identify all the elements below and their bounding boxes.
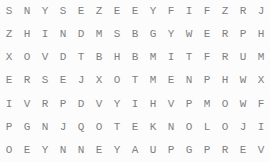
grid-cell[interactable]: H — [108, 46, 126, 69]
grid-cell[interactable]: D — [54, 46, 72, 69]
grid-cell[interactable]: Y — [162, 23, 180, 46]
grid-cell[interactable]: R — [216, 46, 234, 69]
grid-cell[interactable]: E — [54, 69, 72, 92]
grid-cell[interactable]: P — [198, 69, 216, 92]
grid-cell[interactable]: E — [126, 116, 144, 139]
grid-cell[interactable]: Y — [36, 0, 54, 23]
grid-cell[interactable]: N — [180, 69, 198, 92]
grid-cell[interactable]: H — [252, 23, 270, 46]
grid-cell[interactable]: D — [72, 23, 90, 46]
grid-cell[interactable]: O — [108, 69, 126, 92]
grid-cell[interactable]: H — [216, 69, 234, 92]
grid-cell[interactable]: D — [72, 93, 90, 116]
grid-cell[interactable]: E — [108, 0, 126, 23]
grid-cell[interactable]: Q — [72, 116, 90, 139]
grid-cell[interactable]: P — [0, 116, 18, 139]
grid-cell[interactable]: K — [144, 116, 162, 139]
grid-cell[interactable]: V — [36, 46, 54, 69]
grid-cell[interactable]: N — [72, 139, 90, 162]
grid-cell[interactable]: M — [144, 46, 162, 69]
grid-cell[interactable]: Y — [144, 0, 162, 23]
grid-cell[interactable]: G — [180, 139, 198, 162]
grid-cell[interactable]: I — [126, 93, 144, 116]
grid-cell[interactable]: P — [234, 23, 252, 46]
word-search-board: SNYSEZEEYFIFZRJZHINDMSBGYWERPHXOVDTBHBMI… — [0, 0, 270, 162]
grid-cell[interactable]: R — [18, 69, 36, 92]
grid-cell[interactable]: I — [0, 93, 18, 116]
grid-cell[interactable]: N — [36, 116, 54, 139]
grid-cell[interactable]: E — [90, 139, 108, 162]
grid-cell[interactable]: J — [252, 0, 270, 23]
grid-cell[interactable]: J — [72, 69, 90, 92]
grid-cell[interactable]: W — [234, 93, 252, 116]
grid-cell[interactable]: N — [18, 0, 36, 23]
grid-cell[interactable]: T — [108, 116, 126, 139]
grid-cell[interactable]: B — [90, 46, 108, 69]
grid-cell[interactable]: P — [180, 93, 198, 116]
grid-cell[interactable]: R — [234, 0, 252, 23]
grid-cell[interactable]: O — [216, 116, 234, 139]
grid-cell[interactable]: W — [234, 69, 252, 92]
grid-cell[interactable]: U — [234, 46, 252, 69]
grid-cell[interactable]: O — [180, 116, 198, 139]
grid-cell[interactable]: Y — [36, 139, 54, 162]
grid-cell[interactable]: W — [180, 23, 198, 46]
grid-cell[interactable]: V — [162, 93, 180, 116]
grid-cell[interactable]: M — [252, 46, 270, 69]
grid-cell[interactable]: T — [126, 69, 144, 92]
grid-cell[interactable]: M — [90, 23, 108, 46]
grid-cell[interactable]: E — [0, 69, 18, 92]
grid-cell[interactable]: Y — [108, 93, 126, 116]
grid-cell[interactable]: L — [198, 116, 216, 139]
grid-cell[interactable]: I — [36, 23, 54, 46]
grid-cell[interactable]: E — [198, 23, 216, 46]
grid-cell[interactable]: X — [0, 46, 18, 69]
grid-cell[interactable]: E — [72, 0, 90, 23]
grid-cell[interactable]: G — [18, 116, 36, 139]
grid-cell[interactable]: E — [234, 139, 252, 162]
grid-cell[interactable]: O — [0, 139, 18, 162]
grid-cell[interactable]: F — [162, 0, 180, 23]
grid-cell[interactable]: M — [198, 93, 216, 116]
grid-cell[interactable]: I — [162, 46, 180, 69]
grid-cell[interactable]: E — [162, 69, 180, 92]
grid-cell[interactable]: N — [54, 23, 72, 46]
grid-cell[interactable]: V — [90, 93, 108, 116]
grid-cell[interactable]: F — [198, 0, 216, 23]
grid-cell[interactable]: H — [144, 93, 162, 116]
grid-cell[interactable]: Z — [0, 23, 18, 46]
grid-cell[interactable]: H — [18, 23, 36, 46]
grid-cell[interactable]: T — [72, 46, 90, 69]
grid-cell[interactable]: S — [54, 0, 72, 23]
grid-cell[interactable]: X — [252, 69, 270, 92]
grid-cell[interactable]: N — [162, 116, 180, 139]
grid-cell[interactable]: P — [198, 139, 216, 162]
grid-cell[interactable]: M — [144, 69, 162, 92]
grid-cell[interactable]: V — [252, 139, 270, 162]
grid-cell[interactable]: J — [234, 116, 252, 139]
grid-cell[interactable]: R — [36, 93, 54, 116]
grid-cell[interactable]: Z — [90, 0, 108, 23]
grid-cell[interactable]: O — [90, 116, 108, 139]
grid-cell[interactable]: O — [216, 93, 234, 116]
grid-cell[interactable]: S — [0, 0, 18, 23]
grid-cell[interactable]: E — [126, 0, 144, 23]
grid-cell[interactable]: B — [126, 46, 144, 69]
grid-cell[interactable]: Z — [216, 0, 234, 23]
grid-cell[interactable]: T — [180, 46, 198, 69]
grid-cell[interactable]: S — [108, 23, 126, 46]
grid-cell[interactable]: X — [90, 69, 108, 92]
grid-cell[interactable]: R — [216, 139, 234, 162]
grid-cell[interactable]: I — [180, 0, 198, 23]
grid-cell[interactable]: B — [126, 23, 144, 46]
grid-cell[interactable]: S — [36, 69, 54, 92]
grid-cell[interactable]: E — [18, 139, 36, 162]
grid-cell[interactable]: N — [54, 139, 72, 162]
grid-cell[interactable]: V — [18, 93, 36, 116]
grid-cell[interactable]: P — [54, 93, 72, 116]
grid-cell[interactable]: O — [18, 46, 36, 69]
grid-cell[interactable]: I — [252, 116, 270, 139]
grid-cell[interactable]: Y — [108, 139, 126, 162]
grid-cell[interactable]: F — [198, 46, 216, 69]
grid-cell[interactable]: R — [216, 23, 234, 46]
grid-cell[interactable]: F — [252, 93, 270, 116]
grid-cell[interactable]: G — [144, 23, 162, 46]
grid-cell[interactable]: J — [54, 116, 72, 139]
grid-cell[interactable]: P — [162, 139, 180, 162]
grid-cell[interactable]: U — [144, 139, 162, 162]
grid-cell[interactable]: A — [126, 139, 144, 162]
